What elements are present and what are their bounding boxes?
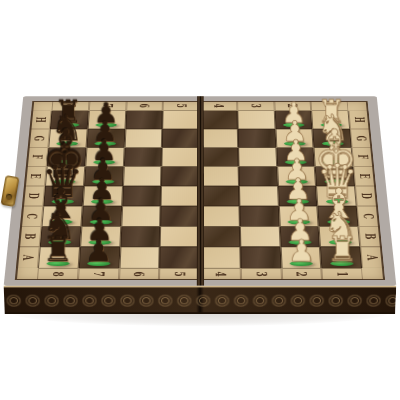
- rank-label-top-3: 3: [237, 101, 274, 111]
- square-h5[interactable]: [162, 111, 200, 129]
- square-h6[interactable]: [125, 111, 163, 129]
- rank-label-top-4: 4: [200, 101, 237, 111]
- black-pawn-a7[interactable]: ♟: [85, 236, 112, 266]
- board-front-edge-carvings: [4, 286, 397, 314]
- square-h3[interactable]: [237, 111, 275, 129]
- black-rook-a8[interactable]: ♜: [43, 232, 74, 266]
- chess-board: 8877665544332211HHGGFFEEDDCCBBAA♜♟♟♜♞♟♟♞…: [4, 96, 397, 285]
- photo-background: 8877665544332211HHGGFFEEDDCCBBAA♜♟♟♜♞♟♟♞…: [0, 0, 400, 400]
- white-pawn-a2[interactable]: ♟: [288, 236, 315, 266]
- square-a1[interactable]: ♜: [320, 247, 362, 268]
- rank-label-top-5: 5: [163, 101, 200, 111]
- board-scene: 8877665544332211HHGGFFEEDDCCBBAA♜♟♟♜♞♟♟♞…: [14, 0, 386, 372]
- rank-label-top-6: 6: [126, 101, 163, 111]
- white-rook-a1[interactable]: ♜: [326, 232, 357, 266]
- square-h4[interactable]: [200, 111, 238, 129]
